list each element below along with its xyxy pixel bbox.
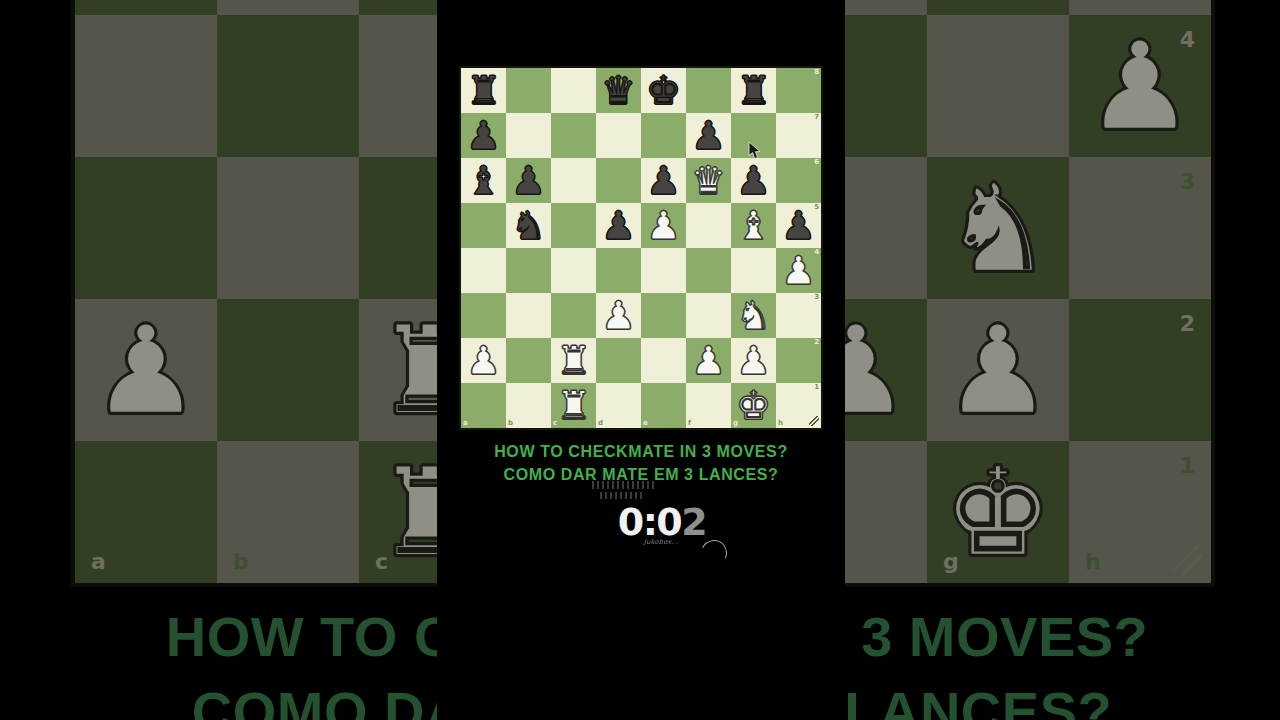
piece-white-queen[interactable]: ♛ — [691, 161, 726, 200]
piece-white-pawn[interactable]: ♟ — [466, 341, 501, 380]
square-f5[interactable] — [686, 203, 731, 248]
square-a7[interactable]: ♟ — [461, 113, 506, 158]
piece-black-rook[interactable]: ♜ — [466, 71, 501, 110]
square-b5: ♞ — [217, 0, 359, 15]
square-a3[interactable] — [461, 293, 506, 338]
file-label-g: g — [943, 551, 959, 573]
rank-label-7: 7 — [814, 114, 819, 121]
board-resize-handle-icon[interactable] — [809, 416, 819, 426]
square-h3[interactable]: 3 — [776, 293, 821, 338]
piece-white-pawn: ♟ — [91, 309, 201, 432]
square-f3[interactable] — [686, 293, 731, 338]
square-g4 — [927, 15, 1069, 157]
piece-white-pawn[interactable]: ♟ — [601, 296, 636, 335]
square-a4 — [75, 15, 217, 157]
square-e8[interactable]: ♚ — [641, 68, 686, 113]
square-a5 — [75, 0, 217, 15]
piece-black-pawn[interactable]: ♟ — [601, 206, 636, 245]
square-g5[interactable]: ♝ — [731, 203, 776, 248]
square-c8[interactable] — [551, 68, 596, 113]
square-c6[interactable] — [551, 158, 596, 203]
square-h5[interactable]: 5♟ — [776, 203, 821, 248]
square-d1[interactable]: d — [596, 383, 641, 428]
square-g6[interactable]: ♟ — [731, 158, 776, 203]
rank-label-2: 2 — [1180, 313, 1195, 335]
square-e1[interactable]: e — [641, 383, 686, 428]
piece-white-pawn: ♟ — [943, 309, 1053, 432]
square-h4: 4♟ — [1069, 15, 1211, 157]
square-g8[interactable]: ♜ — [731, 68, 776, 113]
file-label-c: c — [553, 420, 557, 427]
square-c3[interactable] — [551, 293, 596, 338]
square-a8[interactable]: ♜ — [461, 68, 506, 113]
square-e4[interactable] — [641, 248, 686, 293]
square-a3 — [75, 157, 217, 299]
square-h6[interactable]: 6 — [776, 158, 821, 203]
piece-black-pawn[interactable]: ♟ — [511, 161, 546, 200]
rank-label-6: 6 — [814, 159, 819, 166]
file-label-e: e — [643, 420, 648, 427]
piece-white-pawn[interactable]: ♟ — [736, 341, 771, 380]
piece-black-rook[interactable]: ♜ — [736, 71, 771, 110]
square-c1[interactable]: c♜ — [551, 383, 596, 428]
square-e7[interactable] — [641, 113, 686, 158]
video-frame: ♜♛♚♜8♟♟7♝♟♟♛♟6♞♟♟♝5♟4♟♟♞3♟♜♟♟2abc♜defg♚1… — [0, 0, 1280, 720]
square-h7[interactable]: 7 — [776, 113, 821, 158]
piece-white-pawn: ♟ — [1085, 25, 1195, 148]
rank-label-2: 2 — [814, 339, 819, 346]
square-b2 — [217, 299, 359, 441]
rank-label-5: 5 — [814, 204, 819, 211]
square-h4[interactable]: 4♟ — [776, 248, 821, 293]
square-a6[interactable]: ♝ — [461, 158, 506, 203]
piece-white-king[interactable]: ♚ — [736, 386, 771, 425]
file-label-a: a — [91, 551, 106, 573]
square-a4[interactable] — [461, 248, 506, 293]
square-f4[interactable] — [686, 248, 731, 293]
rank-label-4: 4 — [814, 249, 819, 256]
rank-label-1: 1 — [814, 384, 819, 391]
square-g1[interactable]: g♚ — [731, 383, 776, 428]
square-h3: 3 — [1069, 157, 1211, 299]
square-b1: b — [217, 441, 359, 583]
watermark-text: Jukebox... — [643, 538, 679, 546]
square-g3: ♞ — [927, 157, 1069, 299]
piece-black-pawn[interactable]: ♟ — [736, 161, 771, 200]
piece-black-pawn[interactable]: ♟ — [781, 206, 816, 245]
piece-black-pawn[interactable]: ♟ — [466, 116, 501, 155]
square-a2[interactable]: ♟ — [461, 338, 506, 383]
mouse-cursor-icon — [748, 142, 761, 160]
piece-white-pawn[interactable]: ♟ — [646, 206, 681, 245]
square-b6[interactable]: ♟ — [506, 158, 551, 203]
file-label-d: d — [598, 420, 603, 427]
square-c5[interactable] — [551, 203, 596, 248]
square-b3[interactable] — [506, 293, 551, 338]
square-f2[interactable]: ♟ — [686, 338, 731, 383]
square-f7[interactable]: ♟ — [686, 113, 731, 158]
square-c4[interactable] — [551, 248, 596, 293]
square-b1[interactable]: b — [506, 383, 551, 428]
rank-label-1: 1 — [1180, 455, 1195, 477]
chess-board[interactable]: ♜♛♚♜8♟♟7♝♟♟♛♟6♞♟♟♝5♟4♟♟♞3♟♜♟♟2abc♜defg♚1… — [461, 68, 821, 428]
square-g5: ♝ — [927, 0, 1069, 15]
piece-white-king: ♚ — [943, 451, 1053, 574]
square-f8[interactable] — [686, 68, 731, 113]
square-b4[interactable] — [506, 248, 551, 293]
square-g2[interactable]: ♟ — [731, 338, 776, 383]
square-e6[interactable]: ♟ — [641, 158, 686, 203]
square-d4[interactable] — [596, 248, 641, 293]
square-g1: g♚ — [927, 441, 1069, 583]
square-h2: 2 — [1069, 299, 1211, 441]
piece-white-rook[interactable]: ♜ — [556, 341, 591, 380]
piece-black-king[interactable]: ♚ — [646, 71, 681, 110]
piece-black-pawn[interactable]: ♟ — [691, 116, 726, 155]
square-d6[interactable] — [596, 158, 641, 203]
glitch-artifact — [592, 481, 656, 489]
square-b2[interactable] — [506, 338, 551, 383]
file-label-a: a — [463, 420, 468, 427]
piece-black-knight[interactable]: ♞ — [511, 206, 546, 245]
square-d3[interactable]: ♟ — [596, 293, 641, 338]
square-b4 — [217, 15, 359, 157]
square-a5[interactable] — [461, 203, 506, 248]
rank-label-3: 3 — [814, 294, 819, 301]
square-f6[interactable]: ♛ — [686, 158, 731, 203]
rank-label-3: 3 — [1180, 171, 1195, 193]
file-label-f: f — [688, 420, 691, 427]
piece-black-pawn[interactable]: ♟ — [646, 161, 681, 200]
square-g2: ♟ — [927, 299, 1069, 441]
glitch-artifact — [600, 492, 642, 499]
square-g4[interactable] — [731, 248, 776, 293]
rank-label-4: 4 — [1180, 29, 1195, 51]
question-english: HOW TO CHECKMATE IN 3 MOVES? — [437, 443, 845, 461]
board-resize-handle-icon — [1173, 545, 1203, 575]
file-label-c: c — [375, 551, 388, 573]
square-d2[interactable] — [596, 338, 641, 383]
piece-white-bishop[interactable]: ♝ — [736, 206, 771, 245]
piece-white-knight: ♞ — [943, 167, 1053, 290]
rank-label-8: 8 — [814, 69, 819, 76]
file-label-b: b — [508, 420, 513, 427]
square-c2[interactable]: ♜ — [551, 338, 596, 383]
square-d8[interactable]: ♛ — [596, 68, 641, 113]
square-h1[interactable]: 1h — [776, 383, 821, 428]
square-e3[interactable] — [641, 293, 686, 338]
piece-white-rook[interactable]: ♜ — [556, 386, 591, 425]
square-h2[interactable]: 2 — [776, 338, 821, 383]
piece-white-bishop: ♝ — [943, 0, 1053, 6]
square-g3[interactable]: ♞ — [731, 293, 776, 338]
square-c7[interactable] — [551, 113, 596, 158]
piece-white-knight[interactable]: ♞ — [736, 296, 771, 335]
square-a1: a — [75, 441, 217, 583]
square-h1: 1h — [1069, 441, 1211, 583]
video-center-column: ♜♛♚♜8♟♟7♝♟♟♛♟6♞♟♟♝5♟4♟♟♞3♟♜♟♟2abc♜defg♚1… — [437, 0, 845, 720]
piece-white-pawn[interactable]: ♟ — [691, 341, 726, 380]
piece-black-queen[interactable]: ♛ — [601, 71, 636, 110]
square-f1[interactable]: f — [686, 383, 731, 428]
square-h8[interactable]: 8 — [776, 68, 821, 113]
piece-black-pawn: ♟ — [1085, 0, 1195, 6]
square-d5[interactable]: ♟ — [596, 203, 641, 248]
square-e2[interactable] — [641, 338, 686, 383]
square-b8[interactable] — [506, 68, 551, 113]
file-label-g: g — [733, 420, 738, 427]
piece-white-pawn[interactable]: ♟ — [781, 251, 816, 290]
file-label-b: b — [233, 551, 249, 573]
square-d7[interactable] — [596, 113, 641, 158]
square-a2: ♟ — [75, 299, 217, 441]
square-b7[interactable] — [506, 113, 551, 158]
square-h5: 5♟ — [1069, 0, 1211, 15]
piece-black-bishop[interactable]: ♝ — [466, 161, 501, 200]
square-b5[interactable]: ♞ — [506, 203, 551, 248]
file-label-h: h — [1085, 551, 1101, 573]
square-b3 — [217, 157, 359, 299]
piece-black-knight: ♞ — [233, 0, 343, 6]
square-a1[interactable]: a — [461, 383, 506, 428]
square-e5[interactable]: ♟ — [641, 203, 686, 248]
timer-last-digit: 2 — [681, 500, 706, 544]
file-label-h: h — [778, 420, 783, 427]
